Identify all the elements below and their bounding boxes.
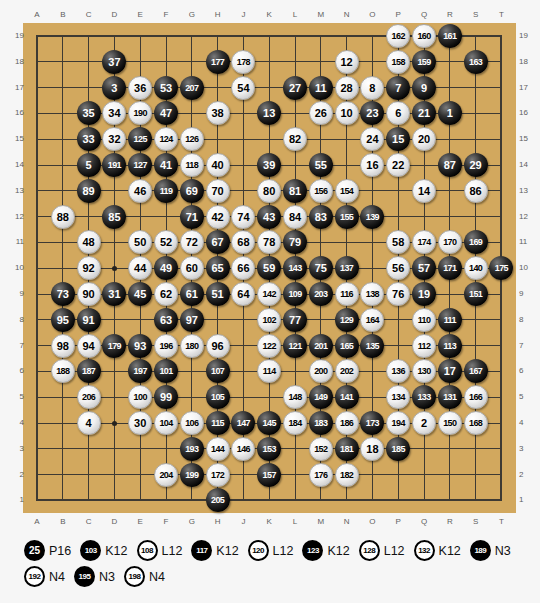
stone-H14[interactable]: 40 <box>206 153 230 177</box>
stone-N17[interactable]: 28 <box>335 76 359 100</box>
stone-D7[interactable]: 179 <box>102 334 126 358</box>
stone-move-number: 116 <box>340 289 353 299</box>
stone-G13[interactable]: 69 <box>180 179 204 203</box>
stone-H5[interactable]: 105 <box>206 385 230 409</box>
stone-L15[interactable]: 82 <box>283 127 307 151</box>
stone-H9[interactable]: 51 <box>206 282 230 306</box>
row-label-left: 11 <box>4 237 24 247</box>
stone-move-number: 34 <box>108 107 120 119</box>
stone-B8[interactable]: 95 <box>51 308 75 332</box>
row-label-right: 1 <box>519 495 539 505</box>
column-label-bottom: M <box>313 517 329 527</box>
column-label-bottom: O <box>364 517 380 527</box>
stone-move-number: 87 <box>444 159 456 171</box>
stone-E14[interactable]: 127 <box>128 153 152 177</box>
stone-move-number: 111 <box>444 315 456 325</box>
stone-move-number: 11 <box>315 82 327 94</box>
stone-N9[interactable]: 116 <box>335 282 359 306</box>
stone-Q8[interactable]: 110 <box>412 308 436 332</box>
row-label-right: 5 <box>519 392 539 402</box>
stone-F17[interactable]: 53 <box>154 76 178 100</box>
stone-move-number: 156 <box>314 186 327 196</box>
stone-move-number: 124 <box>159 134 172 144</box>
stone-move-number: 45 <box>134 288 146 300</box>
stone-N4[interactable]: 186 <box>335 411 359 435</box>
stone-move-number: 164 <box>366 315 379 325</box>
stone-C15[interactable]: 33 <box>77 127 101 151</box>
column-label-bottom: K <box>261 517 277 527</box>
stone-N5[interactable]: 141 <box>335 385 359 409</box>
stone-M2[interactable]: 176 <box>309 463 333 487</box>
caption-stone-glyph: 103 <box>80 540 101 561</box>
stone-M10[interactable]: 75 <box>309 256 333 280</box>
column-label-top: F <box>158 10 174 20</box>
stone-move-number: 166 <box>469 392 482 402</box>
stone-K2[interactable]: 157 <box>257 463 281 487</box>
stone-H6[interactable]: 107 <box>206 359 230 383</box>
stone-P18[interactable]: 158 <box>386 50 410 74</box>
stone-move-number: 197 <box>134 366 147 376</box>
stone-move-number: 158 <box>392 57 405 67</box>
stone-move-number: 44 <box>134 262 146 274</box>
caption-stone-glyph: 189 <box>470 540 491 561</box>
caption-move-number: 128 <box>363 546 375 555</box>
stone-move-number: 63 <box>160 314 172 326</box>
stone-J12[interactable]: 74 <box>231 205 255 229</box>
stone-E7[interactable]: 93 <box>128 334 152 358</box>
stone-N12[interactable]: 155 <box>335 205 359 229</box>
stone-move-number: 17 <box>444 365 456 377</box>
stone-C16[interactable]: 35 <box>77 101 101 125</box>
stone-H2[interactable]: 172 <box>206 463 230 487</box>
stone-F15[interactable]: 124 <box>154 127 178 151</box>
caption-entry-move-128: 128L12 <box>359 540 405 561</box>
stone-move-number: 98 <box>57 340 69 352</box>
stone-move-number: 154 <box>340 186 353 196</box>
stone-move-number: 31 <box>108 288 120 300</box>
go-game-diagram: AABBCCDDEEFFGGHHJJKKLLMMNNOOPPQQRRSSTT19… <box>0 0 540 603</box>
stone-B12[interactable]: 88 <box>51 205 75 229</box>
stone-L10[interactable]: 143 <box>283 256 307 280</box>
stone-F4[interactable]: 104 <box>154 411 178 435</box>
stone-move-number: 204 <box>159 470 172 480</box>
stone-Q15[interactable]: 20 <box>412 127 436 151</box>
stone-H3[interactable]: 144 <box>206 437 230 461</box>
stone-L7[interactable]: 121 <box>283 334 307 358</box>
row-label-right: 8 <box>519 315 539 325</box>
stone-Q17[interactable]: 9 <box>412 76 436 100</box>
stone-move-number: 26 <box>315 107 327 119</box>
stone-L12[interactable]: 84 <box>283 205 307 229</box>
stone-G2[interactable]: 199 <box>180 463 204 487</box>
stone-move-number: 58 <box>392 236 404 248</box>
stone-move-number: 74 <box>237 211 249 223</box>
stone-move-number: 29 <box>469 159 481 171</box>
stone-move-number: 70 <box>211 185 223 197</box>
stone-R5[interactable]: 131 <box>438 385 462 409</box>
row-label-right: 16 <box>519 108 539 118</box>
caption-coordinate: P16 <box>49 544 71 558</box>
stone-O12[interactable]: 139 <box>360 205 384 229</box>
stone-move-number: 88 <box>57 211 69 223</box>
column-label-bottom: H <box>210 517 226 527</box>
stone-M4[interactable]: 183 <box>309 411 333 435</box>
stone-move-number: 202 <box>340 366 353 376</box>
stone-K12[interactable]: 43 <box>257 205 281 229</box>
stone-M5[interactable]: 149 <box>309 385 333 409</box>
caption-entry-move-108: 108L12 <box>137 540 183 561</box>
stone-move-number: 149 <box>314 392 327 402</box>
stone-move-number: 60 <box>186 262 198 274</box>
stone-move-number: 20 <box>418 133 430 145</box>
stone-E9[interactable]: 45 <box>128 282 152 306</box>
stone-J17[interactable]: 54 <box>231 76 255 100</box>
stone-Q9[interactable]: 19 <box>412 282 436 306</box>
stone-N10[interactable]: 137 <box>335 256 359 280</box>
row-label-left: 19 <box>4 31 24 41</box>
caption-move-number: 192 <box>29 572 41 581</box>
stone-D12[interactable]: 85 <box>102 205 126 229</box>
stone-O7[interactable]: 135 <box>360 334 384 358</box>
caption-stone-glyph: 132 <box>414 540 435 561</box>
stone-G7[interactable]: 180 <box>180 334 204 358</box>
stone-N13[interactable]: 154 <box>335 179 359 203</box>
stone-K8[interactable]: 102 <box>257 308 281 332</box>
stone-M7[interactable]: 201 <box>309 334 333 358</box>
stone-M12[interactable]: 83 <box>309 205 333 229</box>
stone-R14[interactable]: 87 <box>438 153 462 177</box>
row-label-left: 16 <box>4 108 24 118</box>
stone-move-number: 152 <box>314 444 327 454</box>
stone-K13[interactable]: 80 <box>257 179 281 203</box>
stone-H10[interactable]: 65 <box>206 256 230 280</box>
stone-M3[interactable]: 152 <box>309 437 333 461</box>
column-label-bottom: A <box>29 517 45 527</box>
stone-move-number: 62 <box>160 288 172 300</box>
stone-move-number: 170 <box>443 237 456 247</box>
stone-F7[interactable]: 196 <box>154 334 178 358</box>
stone-move-number: 91 <box>82 314 94 326</box>
stone-F8[interactable]: 63 <box>154 308 178 332</box>
stone-C4[interactable]: 4 <box>77 411 101 435</box>
stone-M14[interactable]: 55 <box>309 153 333 177</box>
stone-move-number: 92 <box>82 262 94 274</box>
stone-move-number: 135 <box>366 341 379 351</box>
stone-F2[interactable]: 204 <box>154 463 178 487</box>
stone-move-number: 36 <box>134 82 146 94</box>
caption-coordinate: L12 <box>273 544 294 558</box>
column-label-top: K <box>261 10 277 20</box>
row-label-left: 5 <box>4 392 24 402</box>
stone-move-number: 160 <box>417 31 430 41</box>
stone-G10[interactable]: 60 <box>180 256 204 280</box>
stone-move-number: 80 <box>263 185 275 197</box>
stone-move-number: 131 <box>443 392 456 402</box>
stone-move-number: 94 <box>82 340 94 352</box>
stone-move-number: 161 <box>443 31 456 41</box>
stone-move-number: 179 <box>108 341 121 351</box>
stone-C14[interactable]: 5 <box>77 153 101 177</box>
stone-move-number: 69 <box>186 185 198 197</box>
stone-N6[interactable]: 202 <box>335 359 359 383</box>
column-label-top: B <box>55 10 71 20</box>
stone-P9[interactable]: 76 <box>386 282 410 306</box>
stone-move-number: 24 <box>366 133 378 145</box>
stone-move-number: 194 <box>392 418 405 428</box>
stone-H4[interactable]: 115 <box>206 411 230 435</box>
stone-R7[interactable]: 113 <box>438 334 462 358</box>
stone-move-number: 114 <box>263 366 276 376</box>
stone-move-number: 187 <box>82 366 95 376</box>
stone-move-number: 184 <box>288 418 301 428</box>
stone-C6[interactable]: 187 <box>77 359 101 383</box>
stone-N16[interactable]: 10 <box>335 101 359 125</box>
stone-G3[interactable]: 193 <box>180 437 204 461</box>
stone-P14[interactable]: 22 <box>386 153 410 177</box>
stone-K7[interactable]: 122 <box>257 334 281 358</box>
row-label-right: 3 <box>519 444 539 454</box>
star-point <box>112 266 117 271</box>
stone-G8[interactable]: 97 <box>180 308 204 332</box>
stone-H12[interactable]: 42 <box>206 205 230 229</box>
stone-G17[interactable]: 207 <box>180 76 204 100</box>
stone-move-number: 172 <box>211 470 224 480</box>
stone-R10[interactable]: 171 <box>438 256 462 280</box>
stone-S9[interactable]: 151 <box>464 282 488 306</box>
stone-S13[interactable]: 86 <box>464 179 488 203</box>
stone-move-number: 176 <box>314 470 327 480</box>
stone-Q5[interactable]: 133 <box>412 385 436 409</box>
caption-move-number: 117 <box>196 546 207 555</box>
stone-N18[interactable]: 12 <box>335 50 359 74</box>
stone-G15[interactable]: 126 <box>180 127 204 151</box>
stone-B9[interactable]: 73 <box>51 282 75 306</box>
stone-move-number: 95 <box>57 314 69 326</box>
stone-Q7[interactable]: 112 <box>412 334 436 358</box>
stone-F14[interactable]: 41 <box>154 153 178 177</box>
stone-M17[interactable]: 11 <box>309 76 333 100</box>
stone-move-number: 183 <box>314 418 327 428</box>
stone-H11[interactable]: 67 <box>206 230 230 254</box>
caption-coordinate: L12 <box>384 544 405 558</box>
column-label-bottom: P <box>390 517 406 527</box>
stone-move-number: 75 <box>315 262 327 274</box>
stone-move-number: 27 <box>289 82 301 94</box>
stone-move-number: 97 <box>186 314 198 326</box>
stone-F9[interactable]: 62 <box>154 282 178 306</box>
stone-move-number: 180 <box>185 341 198 351</box>
stone-move-number: 106 <box>185 418 198 428</box>
stone-move-number: 71 <box>186 211 198 223</box>
stone-move-number: 57 <box>418 262 430 274</box>
stone-move-number: 173 <box>366 418 379 428</box>
stone-C8[interactable]: 91 <box>77 308 101 332</box>
stone-P3[interactable]: 185 <box>386 437 410 461</box>
column-label-top: M <box>313 10 329 20</box>
stone-G9[interactable]: 61 <box>180 282 204 306</box>
caption-entry-move-195: 195N3 <box>74 566 115 587</box>
stone-B7[interactable]: 98 <box>51 334 75 358</box>
caption-coordinate: N3 <box>495 544 511 558</box>
stone-L13[interactable]: 81 <box>283 179 307 203</box>
stone-R19[interactable]: 161 <box>438 24 462 48</box>
stone-move-number: 163 <box>469 57 482 67</box>
stone-K4[interactable]: 145 <box>257 411 281 435</box>
stone-move-number: 72 <box>186 236 198 248</box>
row-label-right: 18 <box>519 57 539 67</box>
stone-move-number: 73 <box>57 288 69 300</box>
row-label-right: 2 <box>519 470 539 480</box>
stone-M13[interactable]: 156 <box>309 179 333 203</box>
column-label-top: S <box>468 10 484 20</box>
column-label-bottom: Q <box>416 517 432 527</box>
stone-D17[interactable]: 3 <box>102 76 126 100</box>
stone-P19[interactable]: 162 <box>386 24 410 48</box>
stone-S6[interactable]: 167 <box>464 359 488 383</box>
stone-F5[interactable]: 99 <box>154 385 178 409</box>
stone-C10[interactable]: 92 <box>77 256 101 280</box>
stone-E13[interactable]: 46 <box>128 179 152 203</box>
stone-S18[interactable]: 163 <box>464 50 488 74</box>
stone-F13[interactable]: 119 <box>154 179 178 203</box>
stone-move-number: 148 <box>288 392 301 402</box>
stone-O17[interactable]: 8 <box>360 76 384 100</box>
stone-move-number: 46 <box>134 185 146 197</box>
caption-stone-glyph: 120 <box>248 540 269 561</box>
stone-move-number: 165 <box>340 341 353 351</box>
stone-move-number: 181 <box>340 444 353 454</box>
stone-N7[interactable]: 165 <box>335 334 359 358</box>
caption-stone-glyph: 195 <box>74 566 95 587</box>
caption-entry-move-189: 189N3 <box>470 540 511 561</box>
stone-move-number: 206 <box>82 392 95 402</box>
column-label-top: J <box>235 10 251 20</box>
stone-move-number: 32 <box>108 133 120 145</box>
stone-E4[interactable]: 30 <box>128 411 152 435</box>
row-label-right: 9 <box>519 289 539 299</box>
stone-C11[interactable]: 48 <box>77 230 101 254</box>
row-label-left: 6 <box>4 366 24 376</box>
column-label-bottom: N <box>339 517 355 527</box>
stone-move-number: 96 <box>211 340 223 352</box>
stone-C7[interactable]: 94 <box>77 334 101 358</box>
stone-G14[interactable]: 118 <box>180 153 204 177</box>
stone-Q18[interactable]: 159 <box>412 50 436 74</box>
stone-K14[interactable]: 39 <box>257 153 281 177</box>
stone-move-number: 28 <box>340 82 352 94</box>
stone-S10[interactable]: 140 <box>464 256 488 280</box>
stone-L9[interactable]: 109 <box>283 282 307 306</box>
stone-H13[interactable]: 70 <box>206 179 230 203</box>
column-label-bottom: R <box>442 517 458 527</box>
stone-move-number: 109 <box>288 289 301 299</box>
row-label-left: 14 <box>4 160 24 170</box>
stone-move-number: 134 <box>392 392 405 402</box>
caption-row: 192N4195N3198N4 <box>24 566 529 587</box>
stone-move-number: 55 <box>315 159 327 171</box>
stone-L8[interactable]: 77 <box>283 308 307 332</box>
stone-C13[interactable]: 89 <box>77 179 101 203</box>
column-label-top: Q <box>416 10 432 20</box>
stone-move-number: 100 <box>134 392 147 402</box>
column-label-bottom: T <box>493 517 509 527</box>
stone-L4[interactable]: 184 <box>283 411 307 435</box>
stone-H1[interactable]: 205 <box>206 488 230 512</box>
stone-G12[interactable]: 71 <box>180 205 204 229</box>
stone-move-number: 177 <box>211 57 224 67</box>
stone-move-number: 10 <box>340 107 352 119</box>
caption-entry-move-103: 103K12 <box>80 540 127 561</box>
stone-move-number: 35 <box>82 107 94 119</box>
stone-N8[interactable]: 129 <box>335 308 359 332</box>
caption-move-number: 195 <box>79 572 91 581</box>
stone-move-number: 169 <box>469 237 482 247</box>
stone-move-number: 137 <box>340 263 353 273</box>
stone-move-number: 18 <box>366 443 378 455</box>
caption-stone-glyph: 108 <box>137 540 158 561</box>
stone-move-number: 126 <box>185 134 198 144</box>
stone-move-number: 191 <box>108 160 121 170</box>
grid-line-horizontal <box>36 499 502 501</box>
stone-move-number: 52 <box>160 236 172 248</box>
caption-entry-move-132: 132K12 <box>414 540 461 561</box>
stone-R4[interactable]: 150 <box>438 411 462 435</box>
stone-Q13[interactable]: 14 <box>412 179 436 203</box>
stone-H7[interactable]: 96 <box>206 334 230 358</box>
stone-S11[interactable]: 169 <box>464 230 488 254</box>
stone-S5[interactable]: 166 <box>464 385 488 409</box>
row-label-left: 1 <box>4 495 24 505</box>
stone-L17[interactable]: 27 <box>283 76 307 100</box>
stone-K3[interactable]: 153 <box>257 437 281 461</box>
stone-Q19[interactable]: 160 <box>412 24 436 48</box>
stone-P4[interactable]: 194 <box>386 411 410 435</box>
stone-F10[interactable]: 49 <box>154 256 178 280</box>
row-label-right: 19 <box>519 31 539 41</box>
stone-move-number: 188 <box>56 366 69 376</box>
stone-K9[interactable]: 142 <box>257 282 281 306</box>
stone-N2[interactable]: 182 <box>335 463 359 487</box>
stone-move-number: 47 <box>160 107 172 119</box>
stone-move-number: 186 <box>340 418 353 428</box>
stone-R8[interactable]: 111 <box>438 308 462 332</box>
stone-S4[interactable]: 168 <box>464 411 488 435</box>
column-label-top: P <box>390 10 406 20</box>
stone-move-number: 37 <box>108 56 120 68</box>
stone-Q10[interactable]: 57 <box>412 256 436 280</box>
stone-move-number: 174 <box>417 237 430 247</box>
stone-H16[interactable]: 38 <box>206 101 230 125</box>
row-label-right: 14 <box>519 160 539 170</box>
stone-L5[interactable]: 148 <box>283 385 307 409</box>
stone-G4[interactable]: 106 <box>180 411 204 435</box>
stone-E17[interactable]: 36 <box>128 76 152 100</box>
stone-S14[interactable]: 29 <box>464 153 488 177</box>
caption-move-number: 25 <box>29 545 40 556</box>
stone-Q4[interactable]: 2 <box>412 411 436 435</box>
stone-C5[interactable]: 206 <box>77 385 101 409</box>
caption-stone-glyph: 192 <box>24 566 45 587</box>
stone-move-number: 171 <box>443 263 456 273</box>
stone-P17[interactable]: 7 <box>386 76 410 100</box>
stone-H18[interactable]: 177 <box>206 50 230 74</box>
row-label-left: 9 <box>4 289 24 299</box>
stone-N3[interactable]: 181 <box>335 437 359 461</box>
row-label-left: 15 <box>4 134 24 144</box>
stone-M9[interactable]: 203 <box>309 282 333 306</box>
stone-C9[interactable]: 90 <box>77 282 101 306</box>
row-label-right: 4 <box>519 418 539 428</box>
